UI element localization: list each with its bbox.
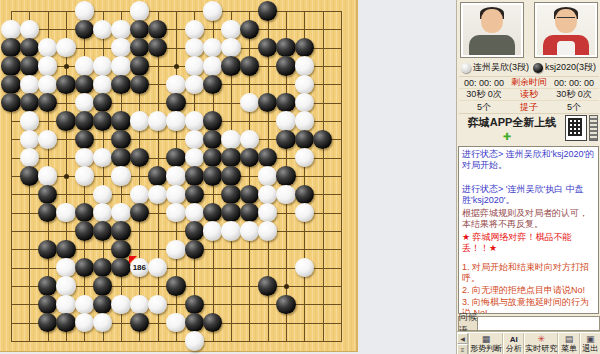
white-stone bbox=[185, 56, 205, 76]
black-stone bbox=[221, 166, 241, 186]
white-stone bbox=[295, 75, 315, 95]
white-stone bbox=[20, 20, 40, 40]
black-stone bbox=[130, 313, 150, 333]
white-stone bbox=[75, 313, 95, 333]
book-icon: ▤ bbox=[565, 335, 574, 344]
white-stone bbox=[295, 93, 315, 113]
qr-code-icon bbox=[565, 115, 587, 141]
black-player-row: ksj2020(3段) bbox=[529, 61, 600, 74]
white-stone bbox=[276, 185, 296, 205]
exit-icon: ▣ bbox=[586, 335, 595, 344]
white-stone bbox=[56, 38, 76, 58]
byoyomi-label: 读秒 bbox=[509, 89, 549, 101]
black-stone bbox=[258, 1, 278, 21]
black-stone bbox=[38, 93, 58, 113]
white-stone bbox=[185, 130, 205, 150]
white-stone bbox=[295, 56, 315, 76]
black-stone bbox=[130, 20, 150, 40]
black-stone bbox=[185, 240, 205, 260]
toolbar-button-label: 实时研究 bbox=[525, 344, 557, 353]
white-player-photo bbox=[460, 2, 524, 58]
black-stone bbox=[75, 130, 95, 150]
black-stone bbox=[185, 295, 205, 315]
status-log[interactable]: 进行状态> 连州吴欣和'ksj2020'的对局开始。进行状态> '连州吴欣'执白… bbox=[458, 146, 599, 314]
white-stone bbox=[185, 148, 205, 168]
white-stone bbox=[258, 221, 278, 241]
black-stone bbox=[276, 130, 296, 150]
white-stone bbox=[148, 185, 168, 205]
black-stone bbox=[56, 111, 76, 131]
white-stone bbox=[38, 75, 58, 95]
white-stone bbox=[148, 111, 168, 131]
black-stone bbox=[313, 130, 333, 150]
white-stone bbox=[221, 20, 241, 40]
player-photos bbox=[457, 2, 600, 59]
white-stone bbox=[93, 148, 113, 168]
etiquette-item: 3. 向悔棋与故意拖延时间的行为说 No! bbox=[462, 297, 595, 314]
white-stone bbox=[148, 295, 168, 315]
black-stone bbox=[148, 20, 168, 40]
black-stone bbox=[258, 276, 278, 296]
player-names: 连州吴欣(3段) ksj2020(3段) bbox=[457, 61, 600, 74]
white-stone bbox=[258, 203, 278, 223]
white-stone bbox=[75, 295, 95, 315]
white-stone bbox=[93, 185, 113, 205]
black-stone bbox=[56, 240, 76, 260]
star-point bbox=[64, 174, 69, 179]
black-stone bbox=[295, 38, 315, 58]
black-stone bbox=[203, 130, 223, 150]
black-stone bbox=[240, 185, 260, 205]
black-captures: 5个 bbox=[549, 101, 599, 113]
black-stone bbox=[111, 130, 131, 150]
white-stone bbox=[75, 93, 95, 113]
grid-icon: ▦ bbox=[482, 335, 491, 344]
phone-stack-icon bbox=[589, 115, 598, 141]
black-stone bbox=[185, 185, 205, 205]
white-stone bbox=[38, 38, 58, 58]
white-stone bbox=[203, 221, 223, 241]
white-stone bbox=[75, 166, 95, 186]
black-stone bbox=[56, 75, 76, 95]
black-stone bbox=[38, 203, 58, 223]
white-stone bbox=[93, 313, 113, 333]
white-stone bbox=[1, 20, 21, 40]
black-stone bbox=[166, 93, 186, 113]
white-stone bbox=[38, 56, 58, 76]
black-stone bbox=[1, 56, 21, 76]
star-point bbox=[174, 64, 179, 69]
black-stone bbox=[148, 38, 168, 58]
white-stone bbox=[295, 111, 315, 131]
black-stone bbox=[75, 20, 95, 40]
white-stone bbox=[295, 203, 315, 223]
white-stone bbox=[38, 130, 58, 150]
white-player-name: 连州吴欣(3段) bbox=[473, 61, 529, 74]
white-stone bbox=[221, 38, 241, 58]
white-stone bbox=[203, 1, 223, 21]
white-stone bbox=[240, 130, 260, 150]
black-stone bbox=[130, 38, 150, 58]
black-stone bbox=[111, 148, 131, 168]
black-stone bbox=[111, 111, 131, 131]
black-stone bbox=[93, 221, 113, 241]
white-stone-icon bbox=[461, 63, 471, 73]
exit-button[interactable]: ▣退出 bbox=[580, 333, 600, 354]
white-stone bbox=[93, 203, 113, 223]
black-stone bbox=[75, 203, 95, 223]
white-stone bbox=[75, 56, 95, 76]
black-stone bbox=[38, 185, 58, 205]
black-player-name: ksj2020(3段) bbox=[545, 61, 596, 74]
etiquette-item: 2. 向无理的拒绝点目申请说No! bbox=[462, 285, 595, 296]
black-stone bbox=[221, 185, 241, 205]
white-stone bbox=[75, 148, 95, 168]
white-stone bbox=[185, 75, 205, 95]
white-stone bbox=[166, 166, 186, 186]
black-stone bbox=[240, 56, 260, 76]
white-stone bbox=[130, 111, 150, 131]
white-stone bbox=[56, 203, 76, 223]
black-stone bbox=[20, 38, 40, 58]
black-stone bbox=[276, 295, 296, 315]
white-stone bbox=[221, 130, 241, 150]
black-stone bbox=[75, 221, 95, 241]
status-line: ★ 弈城网络对弈！棋品不能丢！！★ bbox=[462, 232, 595, 254]
black-stone bbox=[203, 166, 223, 186]
status-line: 根据弈城规则及对局者的认可，本结果将不再反复。 bbox=[462, 208, 595, 230]
grid-line bbox=[323, 11, 324, 342]
black-stone bbox=[93, 295, 113, 315]
black-stone bbox=[203, 313, 223, 333]
black-stone bbox=[130, 148, 150, 168]
white-stone bbox=[130, 295, 150, 315]
black-stone bbox=[93, 93, 113, 113]
black-stone bbox=[258, 148, 278, 168]
white-stone bbox=[185, 111, 205, 131]
grid-line bbox=[341, 11, 342, 342]
scroll-left-button[interactable]: ◀ bbox=[457, 333, 468, 344]
black-byoyomi: 30秒 0次 bbox=[549, 89, 599, 101]
black-stone bbox=[295, 185, 315, 205]
black-stone bbox=[166, 276, 186, 296]
black-stone bbox=[221, 56, 241, 76]
greeting-bar: 问候语 bbox=[458, 315, 600, 332]
white-stone bbox=[276, 111, 296, 131]
toolbar-button-label: 菜单 bbox=[561, 344, 577, 353]
white-stone bbox=[56, 258, 76, 278]
black-stone bbox=[93, 258, 113, 278]
white-stone bbox=[93, 20, 113, 40]
white-stone: 186 bbox=[130, 258, 150, 278]
black-stone bbox=[185, 166, 205, 186]
etiquette-item: 1. 对局开始和结束时向对方打招呼。 bbox=[462, 262, 595, 284]
white-stone bbox=[111, 295, 131, 315]
toolbar-button-label: 分析 bbox=[506, 344, 522, 353]
black-stone bbox=[56, 313, 76, 333]
white-stone bbox=[75, 1, 95, 21]
white-stone bbox=[111, 56, 131, 76]
black-stone bbox=[38, 313, 58, 333]
star-point bbox=[64, 64, 69, 69]
white-stone bbox=[295, 258, 315, 278]
timer-table: 00: 00: 00 剩余时间 00: 00: 00 30秒 0次 读秒 30秒… bbox=[459, 76, 599, 114]
white-captures: 5个 bbox=[459, 101, 509, 113]
white-stone bbox=[130, 185, 150, 205]
black-stone bbox=[38, 276, 58, 296]
black-stone bbox=[148, 166, 168, 186]
black-stone bbox=[221, 203, 241, 223]
white-stone bbox=[130, 1, 150, 21]
white-stone bbox=[258, 185, 278, 205]
toolbar-scroll-group: ◀ ≡ bbox=[457, 333, 469, 354]
black-stone bbox=[1, 38, 21, 58]
white-player-row: 连州吴欣(3段) bbox=[457, 61, 529, 74]
banner-text-block: 弈城APP全新上线 ✚ bbox=[459, 113, 565, 142]
black-stone bbox=[240, 203, 260, 223]
black-stone bbox=[75, 258, 95, 278]
black-stone bbox=[93, 111, 113, 131]
black-stone bbox=[38, 295, 58, 315]
bottom-toolbar: ◀ ≡ ▦形势判断AI分析✳实时研究▤菜单▣退出 bbox=[457, 332, 600, 354]
white-stone bbox=[166, 313, 186, 333]
black-stone bbox=[130, 203, 150, 223]
right-panel: 连州吴欣(3段) ksj2020(3段) 00: 00: 00 剩余时间 00:… bbox=[456, 0, 600, 354]
status-line bbox=[462, 173, 595, 182]
analyze-button[interactable]: AI分析 bbox=[503, 333, 524, 354]
status-line: 进行状态> 连州吴欣和'ksj2020'的对局开始。 bbox=[462, 149, 595, 171]
white-stone bbox=[20, 75, 40, 95]
black-stone bbox=[93, 276, 113, 296]
white-stone bbox=[240, 93, 260, 113]
black-stone bbox=[166, 148, 186, 168]
go-client-window: 186 连州吴欣(3段) ksj2020(3段) 00: 00: 00 剩余时间 bbox=[0, 0, 600, 354]
black-stone bbox=[20, 93, 40, 113]
grid-line bbox=[11, 341, 342, 342]
toolbar-button-label: 形势判断 bbox=[470, 344, 502, 353]
black-stone bbox=[221, 148, 241, 168]
black-stone bbox=[258, 38, 278, 58]
black-stone bbox=[130, 56, 150, 76]
white-stone bbox=[56, 276, 76, 296]
black-stone bbox=[276, 166, 296, 186]
toolbar-button-label: 退出 bbox=[582, 344, 598, 353]
last-move-marker-icon bbox=[129, 256, 137, 264]
black-stone bbox=[203, 75, 223, 95]
white-stone bbox=[203, 56, 223, 76]
banner-title: 弈城APP全新上线 bbox=[459, 115, 565, 130]
black-stone bbox=[75, 111, 95, 131]
black-stone bbox=[203, 203, 223, 223]
white-stone bbox=[111, 166, 131, 186]
star-point bbox=[284, 284, 289, 289]
black-stone bbox=[203, 148, 223, 168]
sparkle-icon: ✳ bbox=[538, 335, 546, 344]
ai-icon: AI bbox=[510, 335, 518, 344]
greeting-tab[interactable]: 问候语 bbox=[458, 316, 478, 331]
white-stone bbox=[295, 148, 315, 168]
black-stone bbox=[185, 221, 205, 241]
black-stone bbox=[276, 56, 296, 76]
black-stone bbox=[276, 38, 296, 58]
black-player-photo bbox=[534, 2, 598, 58]
white-stone bbox=[20, 111, 40, 131]
white-stone bbox=[148, 258, 168, 278]
white-stone bbox=[111, 20, 131, 40]
white-stone bbox=[38, 166, 58, 186]
banner-store-icons: ✚ bbox=[459, 132, 565, 142]
white-stone bbox=[93, 56, 113, 76]
white-stone bbox=[93, 75, 113, 95]
white-stone bbox=[166, 185, 186, 205]
white-stone bbox=[185, 203, 205, 223]
black-stone bbox=[295, 130, 315, 150]
board-area: 186 bbox=[0, 0, 456, 354]
list-mini-button[interactable]: ≡ bbox=[457, 344, 468, 354]
captures-label: 提子 bbox=[509, 101, 549, 113]
chat-input[interactable] bbox=[478, 316, 600, 331]
white-stone bbox=[185, 331, 205, 351]
white-stone bbox=[166, 203, 186, 223]
app-banner[interactable]: 弈城APP全新上线 ✚ bbox=[459, 113, 599, 144]
realtime-research-button[interactable]: ✳实时研究 bbox=[524, 333, 558, 354]
menu-button[interactable]: ▤菜单 bbox=[558, 333, 579, 354]
white-stone bbox=[166, 75, 186, 95]
black-stone bbox=[130, 75, 150, 95]
grid-line bbox=[11, 231, 342, 232]
white-stone bbox=[166, 111, 186, 131]
black-stone bbox=[185, 313, 205, 333]
status-line: 进行状态> '连州吴欣'执白 中盘胜'ksj2020'。 bbox=[462, 184, 595, 206]
white-stone bbox=[20, 148, 40, 168]
black-stone bbox=[111, 221, 131, 241]
black-stone bbox=[1, 75, 21, 95]
black-stone bbox=[240, 20, 260, 40]
black-stone bbox=[20, 166, 40, 186]
white-stone bbox=[111, 38, 131, 58]
black-stone bbox=[75, 75, 95, 95]
black-stone-icon bbox=[533, 63, 543, 73]
black-stone bbox=[111, 75, 131, 95]
black-stone bbox=[203, 111, 223, 131]
white-stone bbox=[258, 166, 278, 186]
white-stone bbox=[111, 203, 131, 223]
black-stone bbox=[1, 93, 21, 113]
white-stone bbox=[221, 221, 241, 241]
android-icon: ✚ bbox=[503, 132, 511, 142]
black-stone bbox=[240, 148, 260, 168]
white-stone bbox=[185, 20, 205, 40]
white-stone bbox=[240, 221, 260, 241]
etiquette-list: 1. 对局开始和结束时向对方打招呼。2. 向无理的拒绝点目申请说No!3. 向悔… bbox=[462, 262, 595, 314]
black-stone bbox=[38, 240, 58, 260]
black-stone bbox=[258, 93, 278, 113]
situation-judge-button[interactable]: ▦形势判断 bbox=[469, 333, 503, 354]
white-stone bbox=[20, 130, 40, 150]
white-stone bbox=[203, 38, 223, 58]
white-stone bbox=[166, 240, 186, 260]
white-stone bbox=[56, 295, 76, 315]
black-stone bbox=[276, 93, 296, 113]
go-board[interactable]: 186 bbox=[0, 0, 358, 352]
black-stone bbox=[20, 56, 40, 76]
white-stone bbox=[185, 38, 205, 58]
white-byoyomi: 30秒 0次 bbox=[459, 89, 509, 101]
